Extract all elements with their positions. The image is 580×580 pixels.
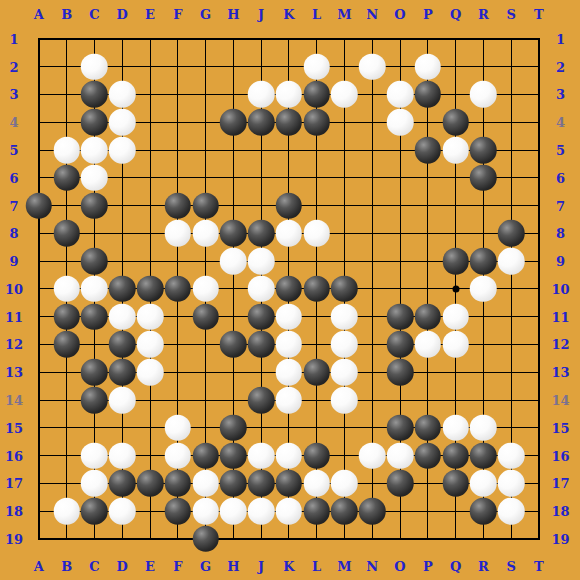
white-stone-G17 — [192, 470, 219, 497]
white-stone-E13 — [137, 359, 164, 386]
grid-line-horizontal — [38, 538, 540, 540]
white-stone-Q15 — [442, 415, 469, 442]
black-stone-M18 — [331, 498, 358, 525]
black-stone-R6 — [470, 165, 497, 192]
black-stone-Q17 — [442, 470, 469, 497]
white-stone-K8 — [276, 220, 303, 247]
white-stone-K13 — [276, 359, 303, 386]
white-stone-C16 — [81, 442, 108, 469]
black-stone-K4 — [276, 109, 303, 136]
black-stone-R5 — [470, 137, 497, 164]
black-stone-C9 — [81, 248, 108, 275]
black-stone-J14 — [248, 387, 275, 414]
black-stone-F18 — [165, 498, 192, 525]
black-stone-D10 — [109, 276, 136, 303]
black-stone-G16 — [192, 442, 219, 469]
black-stone-L16 — [303, 442, 330, 469]
black-stone-Q9 — [442, 248, 469, 275]
black-stone-H15 — [220, 415, 247, 442]
black-stone-G11 — [192, 303, 219, 330]
white-stone-C17 — [81, 470, 108, 497]
black-stone-M10 — [331, 276, 358, 303]
black-stone-P3 — [415, 81, 442, 108]
black-stone-Q4 — [442, 109, 469, 136]
white-stone-J10 — [248, 276, 275, 303]
white-stone-E12 — [137, 331, 164, 358]
black-stone-A7 — [26, 192, 53, 219]
black-stone-J11 — [248, 303, 275, 330]
white-stone-Q5 — [442, 137, 469, 164]
black-stone-L3 — [303, 81, 330, 108]
white-stone-K18 — [276, 498, 303, 525]
white-stone-K16 — [276, 442, 303, 469]
white-stone-D16 — [109, 442, 136, 469]
black-stone-H17 — [220, 470, 247, 497]
white-stone-C10 — [81, 276, 108, 303]
white-stone-S17 — [498, 470, 525, 497]
white-stone-L17 — [303, 470, 330, 497]
white-stone-J18 — [248, 498, 275, 525]
white-stone-H9 — [220, 248, 247, 275]
black-stone-K17 — [276, 470, 303, 497]
white-stone-C5 — [81, 137, 108, 164]
white-stone-K3 — [276, 81, 303, 108]
white-stone-Q11 — [442, 303, 469, 330]
white-stone-B5 — [53, 137, 80, 164]
white-stone-M12 — [331, 331, 358, 358]
black-stone-C3 — [81, 81, 108, 108]
white-stone-D18 — [109, 498, 136, 525]
white-stone-P2 — [415, 53, 442, 80]
black-stone-B12 — [53, 331, 80, 358]
white-stone-Q12 — [442, 331, 469, 358]
white-stone-M3 — [331, 81, 358, 108]
black-stone-C4 — [81, 109, 108, 136]
white-stone-R17 — [470, 470, 497, 497]
white-stone-O4 — [387, 109, 414, 136]
black-stone-S8 — [498, 220, 525, 247]
black-stone-C7 — [81, 192, 108, 219]
grid-line-vertical — [538, 38, 540, 540]
black-stone-Q16 — [442, 442, 469, 469]
white-stone-E11 — [137, 303, 164, 330]
white-stone-M17 — [331, 470, 358, 497]
black-stone-C11 — [81, 303, 108, 330]
white-stone-N2 — [359, 53, 386, 80]
white-stone-L2 — [303, 53, 330, 80]
black-stone-C13 — [81, 359, 108, 386]
black-stone-O15 — [387, 415, 414, 442]
black-stone-P15 — [415, 415, 442, 442]
black-stone-G7 — [192, 192, 219, 219]
black-stone-O13 — [387, 359, 414, 386]
white-stone-N16 — [359, 442, 386, 469]
white-stone-R3 — [470, 81, 497, 108]
white-stone-D3 — [109, 81, 136, 108]
white-stone-S18 — [498, 498, 525, 525]
black-stone-L4 — [303, 109, 330, 136]
white-stone-L8 — [303, 220, 330, 247]
white-stone-K11 — [276, 303, 303, 330]
white-stone-P12 — [415, 331, 442, 358]
white-stone-R15 — [470, 415, 497, 442]
white-stone-M13 — [331, 359, 358, 386]
white-stone-G10 — [192, 276, 219, 303]
black-stone-H4 — [220, 109, 247, 136]
black-stone-J12 — [248, 331, 275, 358]
black-stone-H16 — [220, 442, 247, 469]
white-stone-M11 — [331, 303, 358, 330]
black-stone-H12 — [220, 331, 247, 358]
white-stone-O3 — [387, 81, 414, 108]
black-stone-O11 — [387, 303, 414, 330]
white-stone-K12 — [276, 331, 303, 358]
black-stone-L18 — [303, 498, 330, 525]
black-stone-J4 — [248, 109, 275, 136]
star-point — [452, 285, 459, 292]
white-stone-C2 — [81, 53, 108, 80]
white-stone-M14 — [331, 387, 358, 414]
white-stone-F8 — [165, 220, 192, 247]
white-stone-B18 — [53, 498, 80, 525]
black-stone-C14 — [81, 387, 108, 414]
white-stone-J16 — [248, 442, 275, 469]
white-stone-S16 — [498, 442, 525, 469]
black-stone-H8 — [220, 220, 247, 247]
black-stone-L13 — [303, 359, 330, 386]
white-stone-F15 — [165, 415, 192, 442]
white-stone-G18 — [192, 498, 219, 525]
white-stone-D14 — [109, 387, 136, 414]
white-stone-K14 — [276, 387, 303, 414]
black-stone-P16 — [415, 442, 442, 469]
black-stone-D12 — [109, 331, 136, 358]
black-stone-J8 — [248, 220, 275, 247]
black-stone-P5 — [415, 137, 442, 164]
white-stone-G8 — [192, 220, 219, 247]
black-stone-D17 — [109, 470, 136, 497]
black-stone-N18 — [359, 498, 386, 525]
white-stone-O16 — [387, 442, 414, 469]
go-board[interactable] — [0, 0, 580, 580]
black-stone-D13 — [109, 359, 136, 386]
white-stone-J9 — [248, 248, 275, 275]
black-stone-E10 — [137, 276, 164, 303]
go-board-app: ABCDEFGHJKLMNOPQRST ABCDEFGHJKLMNOPQRST … — [0, 0, 580, 580]
black-stone-R18 — [470, 498, 497, 525]
black-stone-B11 — [53, 303, 80, 330]
black-stone-O17 — [387, 470, 414, 497]
white-stone-S9 — [498, 248, 525, 275]
black-stone-F7 — [165, 192, 192, 219]
black-stone-F17 — [165, 470, 192, 497]
black-stone-J17 — [248, 470, 275, 497]
white-stone-D4 — [109, 109, 136, 136]
black-stone-O12 — [387, 331, 414, 358]
black-stone-L10 — [303, 276, 330, 303]
black-stone-G19 — [192, 526, 219, 553]
white-stone-B10 — [53, 276, 80, 303]
black-stone-E17 — [137, 470, 164, 497]
white-stone-H18 — [220, 498, 247, 525]
white-stone-C6 — [81, 165, 108, 192]
white-stone-F16 — [165, 442, 192, 469]
white-stone-D5 — [109, 137, 136, 164]
black-stone-C18 — [81, 498, 108, 525]
white-stone-J3 — [248, 81, 275, 108]
black-stone-K10 — [276, 276, 303, 303]
black-stone-K7 — [276, 192, 303, 219]
white-stone-R10 — [470, 276, 497, 303]
black-stone-B6 — [53, 165, 80, 192]
white-stone-D11 — [109, 303, 136, 330]
black-stone-P11 — [415, 303, 442, 330]
black-stone-B8 — [53, 220, 80, 247]
black-stone-F10 — [165, 276, 192, 303]
black-stone-R9 — [470, 248, 497, 275]
black-stone-R16 — [470, 442, 497, 469]
